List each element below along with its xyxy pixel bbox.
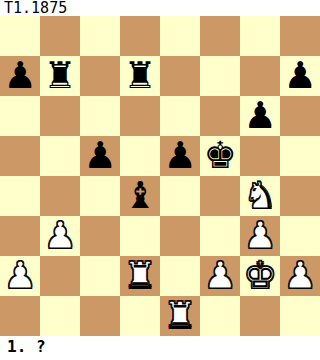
piece-white-rook: ♜ xyxy=(163,296,196,336)
square-a3[interactable] xyxy=(0,216,40,256)
square-a4[interactable] xyxy=(0,176,40,216)
square-c8[interactable] xyxy=(80,16,120,56)
piece-black-bishop: ♝ xyxy=(123,176,156,216)
piece-white-knight: ♞ xyxy=(243,176,276,216)
square-g8[interactable] xyxy=(240,16,280,56)
square-d6[interactable] xyxy=(120,96,160,136)
square-f6[interactable] xyxy=(200,96,240,136)
square-g2[interactable]: ♚ xyxy=(240,256,280,296)
square-f2[interactable]: ♟ xyxy=(200,256,240,296)
square-c1[interactable] xyxy=(80,296,120,336)
square-a2[interactable]: ♟ xyxy=(0,256,40,296)
square-d1[interactable] xyxy=(120,296,160,336)
square-d7[interactable]: ♜ xyxy=(120,56,160,96)
square-e7[interactable] xyxy=(160,56,200,96)
piece-black-king: ♚ xyxy=(203,136,236,176)
square-a8[interactable] xyxy=(0,16,40,56)
square-b8[interactable] xyxy=(40,16,80,56)
chess-board: ♟♜♜♟♟♟♟♚♝♞♟♟♟♜♟♚♟♜ xyxy=(0,16,320,336)
square-b5[interactable] xyxy=(40,136,80,176)
square-f1[interactable] xyxy=(200,296,240,336)
square-f7[interactable] xyxy=(200,56,240,96)
square-d5[interactable] xyxy=(120,136,160,176)
square-f5[interactable]: ♚ xyxy=(200,136,240,176)
square-e4[interactable] xyxy=(160,176,200,216)
square-h5[interactable] xyxy=(280,136,320,176)
square-c7[interactable] xyxy=(80,56,120,96)
square-g7[interactable] xyxy=(240,56,280,96)
square-g1[interactable] xyxy=(240,296,280,336)
piece-black-pawn: ♟ xyxy=(3,56,36,96)
square-d3[interactable] xyxy=(120,216,160,256)
square-a5[interactable] xyxy=(0,136,40,176)
square-d8[interactable] xyxy=(120,16,160,56)
square-g6[interactable]: ♟ xyxy=(240,96,280,136)
square-e6[interactable] xyxy=(160,96,200,136)
square-h2[interactable]: ♟ xyxy=(280,256,320,296)
chess-diagram-page: T1.1875 ♟♜♜♟♟♟♟♚♝♞♟♟♟♜♟♚♟♜ 1. ? xyxy=(0,0,320,360)
square-h7[interactable]: ♟ xyxy=(280,56,320,96)
square-c5[interactable]: ♟ xyxy=(80,136,120,176)
square-h1[interactable] xyxy=(280,296,320,336)
square-b4[interactable] xyxy=(40,176,80,216)
square-f4[interactable] xyxy=(200,176,240,216)
square-e5[interactable]: ♟ xyxy=(160,136,200,176)
piece-white-pawn: ♟ xyxy=(203,256,236,296)
piece-white-pawn: ♟ xyxy=(283,256,316,296)
square-e2[interactable] xyxy=(160,256,200,296)
square-f3[interactable] xyxy=(200,216,240,256)
square-b6[interactable] xyxy=(40,96,80,136)
puzzle-id: T1.1875 xyxy=(0,0,320,16)
square-d2[interactable]: ♜ xyxy=(120,256,160,296)
piece-white-pawn: ♟ xyxy=(3,256,36,296)
piece-white-rook: ♜ xyxy=(123,256,156,296)
square-g4[interactable]: ♞ xyxy=(240,176,280,216)
piece-white-pawn: ♟ xyxy=(243,216,276,256)
square-g5[interactable] xyxy=(240,136,280,176)
square-a6[interactable] xyxy=(0,96,40,136)
square-d4[interactable]: ♝ xyxy=(120,176,160,216)
square-f8[interactable] xyxy=(200,16,240,56)
piece-black-pawn: ♟ xyxy=(83,136,116,176)
square-c3[interactable] xyxy=(80,216,120,256)
square-e8[interactable] xyxy=(160,16,200,56)
piece-white-king: ♚ xyxy=(243,256,276,296)
square-h8[interactable] xyxy=(280,16,320,56)
square-b7[interactable]: ♜ xyxy=(40,56,80,96)
square-h4[interactable] xyxy=(280,176,320,216)
square-c6[interactable] xyxy=(80,96,120,136)
piece-black-pawn: ♟ xyxy=(283,56,316,96)
square-e3[interactable] xyxy=(160,216,200,256)
piece-white-pawn: ♟ xyxy=(43,216,76,256)
square-g3[interactable]: ♟ xyxy=(240,216,280,256)
square-c4[interactable] xyxy=(80,176,120,216)
move-prompt: 1. ? xyxy=(0,336,320,360)
square-h6[interactable] xyxy=(280,96,320,136)
square-e1[interactable]: ♜ xyxy=(160,296,200,336)
square-a1[interactable] xyxy=(0,296,40,336)
square-b3[interactable]: ♟ xyxy=(40,216,80,256)
square-b2[interactable] xyxy=(40,256,80,296)
piece-black-rook: ♜ xyxy=(123,56,156,96)
piece-black-pawn: ♟ xyxy=(163,136,196,176)
square-c2[interactable] xyxy=(80,256,120,296)
square-a7[interactable]: ♟ xyxy=(0,56,40,96)
piece-black-pawn: ♟ xyxy=(243,96,276,136)
square-h3[interactable] xyxy=(280,216,320,256)
piece-black-rook: ♜ xyxy=(43,56,76,96)
square-b1[interactable] xyxy=(40,296,80,336)
